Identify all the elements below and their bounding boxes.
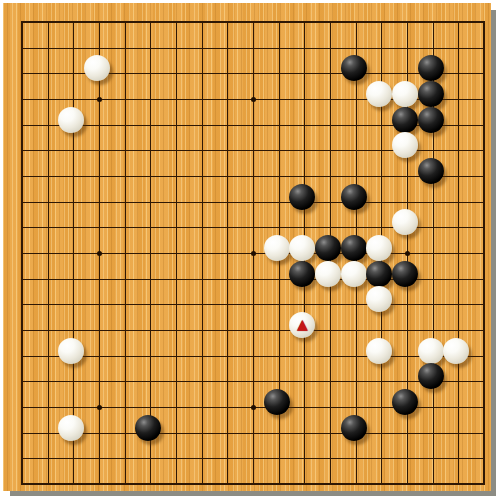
black-stone [341, 235, 367, 261]
white-stone [392, 81, 418, 107]
white-stone [341, 261, 367, 287]
black-stone [289, 261, 315, 287]
white-stone [418, 338, 444, 364]
white-stone [58, 338, 84, 364]
black-stone [341, 184, 367, 210]
black-stone [418, 107, 444, 133]
white-stone [366, 338, 392, 364]
last-move-triangle-marker: ▲ [289, 312, 315, 338]
go-board[interactable]: ▲ [3, 3, 491, 491]
star-point [405, 251, 410, 256]
white-stone [58, 107, 84, 133]
black-stone [315, 235, 341, 261]
black-stone [264, 389, 290, 415]
white-stone [58, 415, 84, 441]
black-stone [392, 389, 418, 415]
star-point [97, 251, 102, 256]
black-stone [418, 158, 444, 184]
black-stone [135, 415, 161, 441]
black-stone [341, 55, 367, 81]
black-stone [366, 261, 392, 287]
black-stone [392, 261, 418, 287]
black-stone [289, 184, 315, 210]
black-stone [418, 81, 444, 107]
star-point [251, 251, 256, 256]
star-point [251, 97, 256, 102]
white-stone [315, 261, 341, 287]
white-stone: ▲ [289, 312, 315, 338]
white-stone [264, 235, 290, 261]
white-stone [443, 338, 469, 364]
star-point [251, 405, 256, 410]
black-stone [341, 415, 367, 441]
star-point [97, 405, 102, 410]
star-point [97, 97, 102, 102]
black-stone [418, 55, 444, 81]
screenshot-root: ▲ [0, 0, 500, 500]
black-stone [392, 107, 418, 133]
black-stone [418, 363, 444, 389]
